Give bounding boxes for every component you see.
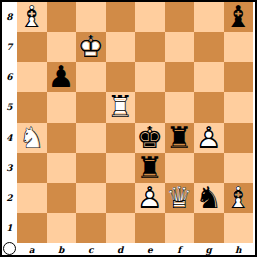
piece-white-pawn: ♟ <box>194 123 224 153</box>
square-f8[interactable] <box>165 2 195 32</box>
square-b4[interactable] <box>47 123 77 153</box>
rank-label-1: 1 <box>2 213 17 243</box>
square-c8[interactable] <box>76 2 106 32</box>
piece-black-rook: ♜ <box>135 153 165 183</box>
square-f3[interactable] <box>165 153 195 183</box>
piece-white-pawn-outline: ♙ <box>194 123 224 153</box>
square-h8[interactable]: ♝ <box>224 2 254 32</box>
square-d3[interactable] <box>106 153 136 183</box>
piece-white-knight: ♞ <box>17 123 47 153</box>
piece-white-rook: ♜ <box>106 92 136 122</box>
piece-black-rook: ♜ <box>165 123 195 153</box>
square-b5[interactable] <box>47 92 77 122</box>
square-f2[interactable]: ♛♕ <box>165 183 195 213</box>
rank-label-7: 7 <box>2 32 17 62</box>
file-label-h: h <box>224 243 254 256</box>
rank-label-6: 6 <box>2 62 17 92</box>
square-c4[interactable] <box>76 123 106 153</box>
file-label-c: c <box>76 243 106 256</box>
square-g6[interactable] <box>194 62 224 92</box>
piece-black-bishop: ♝ <box>224 2 254 32</box>
file-label-b: b <box>47 243 77 256</box>
board-frame: 8 7 6 5 4 3 2 1 ♝♗♝♚♔♟♜♖♞♘♚♜♟♙♜♟♙♛♕♞♝♗ a… <box>0 0 257 257</box>
square-d4[interactable] <box>106 123 136 153</box>
square-e4[interactable]: ♚ <box>135 123 165 153</box>
square-h7[interactable] <box>224 32 254 62</box>
piece-white-knight-outline: ♘ <box>17 123 47 153</box>
piece-black-pawn: ♟ <box>47 62 77 92</box>
square-d7[interactable] <box>106 32 136 62</box>
rank-label-5: 5 <box>2 92 17 122</box>
piece-white-pawn-outline: ♙ <box>135 183 165 213</box>
square-a5[interactable] <box>17 92 47 122</box>
square-a7[interactable] <box>17 32 47 62</box>
rank-label-4: 4 <box>2 123 17 153</box>
square-h3[interactable] <box>224 153 254 183</box>
square-c6[interactable] <box>76 62 106 92</box>
square-d6[interactable] <box>106 62 136 92</box>
square-a2[interactable] <box>17 183 47 213</box>
square-e1[interactable] <box>135 213 165 243</box>
square-h6[interactable] <box>224 62 254 92</box>
square-g8[interactable] <box>194 2 224 32</box>
rank-label-2: 2 <box>2 183 17 213</box>
square-c2[interactable] <box>76 183 106 213</box>
file-label-e: e <box>135 243 165 256</box>
square-d8[interactable] <box>106 2 136 32</box>
square-d2[interactable] <box>106 183 136 213</box>
square-e6[interactable] <box>135 62 165 92</box>
square-e2[interactable]: ♟♙ <box>135 183 165 213</box>
square-d5[interactable]: ♜♖ <box>106 92 136 122</box>
square-e8[interactable] <box>135 2 165 32</box>
rank-label-8: 8 <box>2 2 17 32</box>
square-c3[interactable] <box>76 153 106 183</box>
square-g4[interactable]: ♟♙ <box>194 123 224 153</box>
square-b6[interactable]: ♟ <box>47 62 77 92</box>
square-f6[interactable] <box>165 62 195 92</box>
piece-white-bishop-outline: ♗ <box>224 183 254 213</box>
square-a8[interactable]: ♝♗ <box>17 2 47 32</box>
square-b3[interactable] <box>47 153 77 183</box>
square-g7[interactable] <box>194 32 224 62</box>
rank-labels: 8 7 6 5 4 3 2 1 <box>2 2 17 243</box>
square-c1[interactable] <box>76 213 106 243</box>
file-label-g: g <box>194 243 224 256</box>
chess-board: ♝♗♝♚♔♟♜♖♞♘♚♜♟♙♜♟♙♛♕♞♝♗ <box>17 2 253 243</box>
square-a1[interactable] <box>17 213 47 243</box>
square-c5[interactable] <box>76 92 106 122</box>
square-e3[interactable]: ♜ <box>135 153 165 183</box>
square-h2[interactable]: ♝♗ <box>224 183 254 213</box>
square-b8[interactable] <box>47 2 77 32</box>
rank-label-3: 3 <box>2 153 17 183</box>
file-label-d: d <box>106 243 136 256</box>
file-labels: a b c d e f g h <box>17 243 253 256</box>
square-e5[interactable] <box>135 92 165 122</box>
piece-white-queen-outline: ♕ <box>165 183 195 213</box>
piece-black-knight: ♞ <box>194 183 224 213</box>
square-b2[interactable] <box>47 183 77 213</box>
piece-white-king: ♚ <box>76 32 106 62</box>
square-a4[interactable]: ♞♘ <box>17 123 47 153</box>
square-f4[interactable]: ♜ <box>165 123 195 153</box>
square-g3[interactable] <box>194 153 224 183</box>
piece-white-rook-outline: ♖ <box>106 92 136 122</box>
square-f7[interactable] <box>165 32 195 62</box>
file-label-a: a <box>17 243 47 256</box>
square-h5[interactable] <box>224 92 254 122</box>
file-label-f: f <box>165 243 195 256</box>
piece-white-pawn: ♟ <box>135 183 165 213</box>
square-c7[interactable]: ♚♔ <box>76 32 106 62</box>
square-b1[interactable] <box>47 213 77 243</box>
square-e7[interactable] <box>135 32 165 62</box>
square-d1[interactable] <box>106 213 136 243</box>
square-g5[interactable] <box>194 92 224 122</box>
square-g1[interactable] <box>194 213 224 243</box>
side-to-move-indicator <box>3 242 16 255</box>
piece-white-bishop-outline: ♗ <box>17 2 47 32</box>
piece-white-king-outline: ♔ <box>76 32 106 62</box>
square-h4[interactable] <box>224 123 254 153</box>
piece-white-queen: ♛ <box>165 183 195 213</box>
piece-black-king: ♚ <box>135 123 165 153</box>
square-a3[interactable] <box>17 153 47 183</box>
square-h1[interactable] <box>224 213 254 243</box>
piece-white-bishop: ♝ <box>224 183 254 213</box>
square-f1[interactable] <box>165 213 195 243</box>
square-b7[interactable] <box>47 32 77 62</box>
piece-white-bishop: ♝ <box>17 2 47 32</box>
square-a6[interactable] <box>17 62 47 92</box>
square-f5[interactable] <box>165 92 195 122</box>
square-g2[interactable]: ♞ <box>194 183 224 213</box>
